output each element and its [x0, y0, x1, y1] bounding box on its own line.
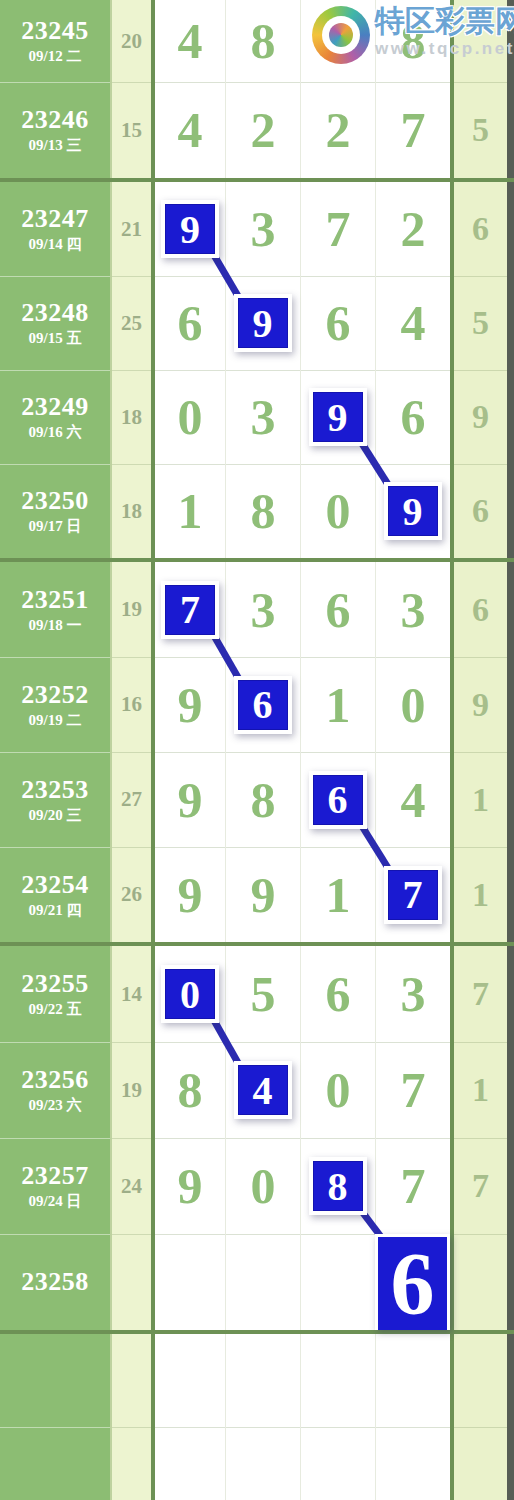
site-logo[interactable]: 特区彩票网 www.tqcp.net	[312, 6, 514, 64]
connector-line	[359, 438, 392, 490]
connector-line	[211, 250, 242, 302]
logo-text: 特区彩票网 www.tqcp.net	[375, 6, 514, 57]
connector-line	[359, 1207, 392, 1250]
lottery-trend-chart: 2324509/12 二204882324609/13 三15422752324…	[0, 0, 514, 1500]
connector-line	[359, 821, 392, 874]
connector-line	[211, 1015, 242, 1069]
connector-line	[211, 631, 242, 684]
logo-swirl-icon	[312, 6, 370, 64]
logo-title: 特区彩票网	[375, 6, 514, 36]
logo-url: www.tqcp.net	[375, 40, 514, 57]
connector-lines	[0, 0, 514, 1500]
